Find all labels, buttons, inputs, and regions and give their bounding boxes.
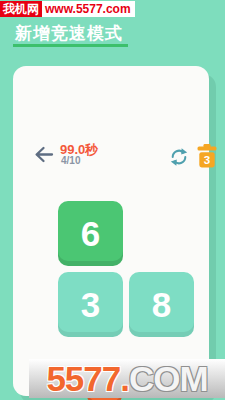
banner-title: 新增竞速模式 xyxy=(15,22,123,45)
refresh-button[interactable] xyxy=(169,147,189,167)
bottom-watermark: 5577.COM xyxy=(29,359,225,398)
watermark-site-name: 我机网 xyxy=(0,1,42,17)
top-watermark: 我机网 www.5577.com xyxy=(0,1,135,17)
back-arrow-icon xyxy=(34,149,54,166)
tile-grid: 6 3 8 xyxy=(58,201,194,337)
game-screen: 我机网 www.5577.com 新增竞速模式 99.0秒 4/10 xyxy=(0,0,225,400)
empty-cell xyxy=(129,201,194,266)
tile-6[interactable]: 6 xyxy=(58,201,123,266)
back-button[interactable] xyxy=(34,146,54,163)
watermark-site-url: www.5577.com xyxy=(42,1,135,17)
game-card: 99.0秒 4/10 3 xyxy=(13,66,209,396)
trash-button[interactable]: 3 xyxy=(197,144,217,168)
tile-8[interactable]: 8 xyxy=(129,272,194,337)
watermark-com: COM xyxy=(129,359,208,398)
trash-bin-icon: 3 xyxy=(197,154,217,171)
banner-underline xyxy=(13,44,128,47)
trash-count: 3 xyxy=(204,154,210,166)
round-progress-label: 4/10 xyxy=(61,155,80,166)
tile-3[interactable]: 3 xyxy=(58,272,123,337)
watermark-number: 5577. xyxy=(46,359,129,398)
refresh-icon xyxy=(169,153,189,170)
